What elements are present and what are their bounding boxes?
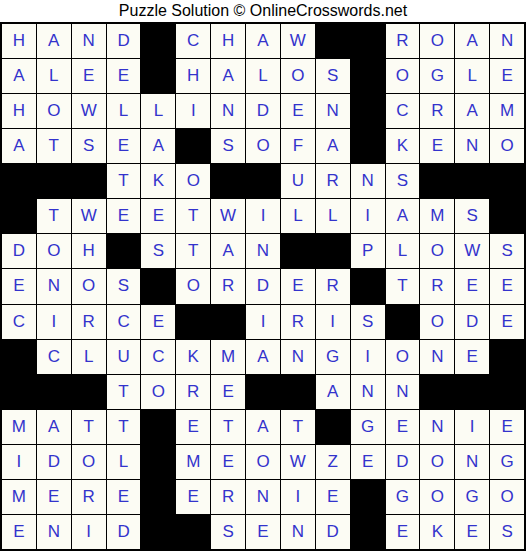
cell-r1c10-black xyxy=(316,24,350,58)
cell-r9c3: R xyxy=(72,305,106,339)
cell-r13c8: O xyxy=(246,445,280,479)
cell-r4c12: K xyxy=(386,129,420,163)
cell-r9c10: I xyxy=(316,305,350,339)
cell-r12c8: A xyxy=(246,410,280,444)
cell-r6c14: S xyxy=(455,199,489,233)
cell-r15c15: S xyxy=(490,515,524,549)
cell-r1c9: W xyxy=(281,24,315,58)
cell-r5c6: O xyxy=(176,164,210,198)
cell-r6c2: T xyxy=(37,199,71,233)
cell-r3c5: L xyxy=(141,94,175,128)
cell-r8c11-black xyxy=(351,269,385,303)
cell-r4c2: T xyxy=(37,129,71,163)
cell-r15c7: S xyxy=(211,515,245,549)
cell-r2c9: O xyxy=(281,59,315,93)
cell-r12c11: G xyxy=(351,410,385,444)
cell-r4c4: E xyxy=(107,129,141,163)
cell-r9c11: S xyxy=(351,305,385,339)
cell-r6c4: E xyxy=(107,199,141,233)
cell-r6c6: T xyxy=(176,199,210,233)
cell-r7c10-black xyxy=(316,234,350,268)
cell-r4c7: S xyxy=(211,129,245,163)
cell-r15c4: D xyxy=(107,515,141,549)
cell-r8c13: R xyxy=(420,269,454,303)
cell-r1c12: R xyxy=(386,24,420,58)
cell-r10c4: U xyxy=(107,340,141,374)
cell-r9c12-black xyxy=(386,305,420,339)
cell-r1c4: D xyxy=(107,24,141,58)
cell-r6c7: W xyxy=(211,199,245,233)
cell-r2c11-black xyxy=(351,59,385,93)
cell-r6c10: L xyxy=(316,199,350,233)
cell-r7c5: S xyxy=(141,234,175,268)
cell-r8c15: E xyxy=(490,269,524,303)
cell-r1c3: N xyxy=(72,24,106,58)
cell-r14c6: E xyxy=(176,480,210,514)
cell-r12c14: I xyxy=(455,410,489,444)
cell-r10c8: A xyxy=(246,340,280,374)
cell-r11c2-black xyxy=(37,375,71,409)
cell-r14c15: O xyxy=(490,480,524,514)
cell-r2c13: G xyxy=(420,59,454,93)
cell-r8c8: D xyxy=(246,269,280,303)
cell-r14c12: G xyxy=(386,480,420,514)
cell-r3c15: M xyxy=(490,94,524,128)
cell-r2c14: L xyxy=(455,59,489,93)
cell-r5c5: K xyxy=(141,164,175,198)
cell-r3c10: N xyxy=(316,94,350,128)
cell-r4c8: O xyxy=(246,129,280,163)
cell-r4c13: E xyxy=(420,129,454,163)
cell-r10c11: I xyxy=(351,340,385,374)
cell-r5c4: T xyxy=(107,164,141,198)
cell-r8c7: R xyxy=(211,269,245,303)
cell-r1c5-black xyxy=(141,24,175,58)
cell-r6c11: I xyxy=(351,199,385,233)
cell-r4c10: A xyxy=(316,129,350,163)
cell-r15c2: N xyxy=(37,515,71,549)
cell-r7c6: T xyxy=(176,234,210,268)
cell-r3c14: A xyxy=(455,94,489,128)
cell-r2c1: A xyxy=(2,59,36,93)
cell-r1c6: C xyxy=(176,24,210,58)
cell-r4c1: A xyxy=(2,129,36,163)
cell-r4c5: A xyxy=(141,129,175,163)
cell-r4c9: F xyxy=(281,129,315,163)
cell-r2c15: E xyxy=(490,59,524,93)
cell-r2c7: A xyxy=(211,59,245,93)
cell-r5c11: N xyxy=(351,164,385,198)
cell-r9c14: D xyxy=(455,305,489,339)
cell-r14c7: R xyxy=(211,480,245,514)
cell-r5c1-black xyxy=(2,164,36,198)
cell-r12c7: T xyxy=(211,410,245,444)
cell-r5c13-black xyxy=(420,164,454,198)
cell-r6c8: I xyxy=(246,199,280,233)
cell-r10c13: N xyxy=(420,340,454,374)
cell-r1c14: A xyxy=(455,24,489,58)
cell-r7c12: L xyxy=(386,234,420,268)
cell-r1c7: H xyxy=(211,24,245,58)
cell-r8c6: O xyxy=(176,269,210,303)
cell-r3c7: N xyxy=(211,94,245,128)
cell-r13c10: Z xyxy=(316,445,350,479)
cell-r11c11: N xyxy=(351,375,385,409)
cell-r12c6: E xyxy=(176,410,210,444)
cell-r10c10: G xyxy=(316,340,350,374)
cell-r13c3: O xyxy=(72,445,106,479)
cell-r11c10: A xyxy=(316,375,350,409)
cell-r7c14: W xyxy=(455,234,489,268)
cell-r1c8: A xyxy=(246,24,280,58)
cell-r3c13: R xyxy=(420,94,454,128)
cell-r14c9: I xyxy=(281,480,315,514)
cell-r2c10: S xyxy=(316,59,350,93)
cell-r2c4: E xyxy=(107,59,141,93)
cell-r14c14: G xyxy=(455,480,489,514)
cell-r12c9: T xyxy=(281,410,315,444)
cell-r12c1: M xyxy=(2,410,36,444)
cell-r10c3: L xyxy=(72,340,106,374)
cell-r14c5-black xyxy=(141,480,175,514)
cell-r1c15: N xyxy=(490,24,524,58)
cell-r15c1: E xyxy=(2,515,36,549)
cell-r7c13: O xyxy=(420,234,454,268)
cell-r5c10: R xyxy=(316,164,350,198)
cell-r15c13: K xyxy=(420,515,454,549)
cell-r10c1-black xyxy=(2,340,36,374)
cell-r13c9: W xyxy=(281,445,315,479)
cell-r8c5-black xyxy=(141,269,175,303)
cell-r11c13-black xyxy=(420,375,454,409)
cell-r1c1: H xyxy=(2,24,36,58)
cell-r9c15: E xyxy=(490,305,524,339)
cell-r11c14-black xyxy=(455,375,489,409)
cell-r13c13: O xyxy=(420,445,454,479)
cell-r8c2: N xyxy=(37,269,71,303)
cell-r6c3: W xyxy=(72,199,106,233)
cell-r2c3: E xyxy=(72,59,106,93)
cell-r6c1-black xyxy=(2,199,36,233)
cell-r13c14: N xyxy=(455,445,489,479)
cell-r4c3: S xyxy=(72,129,106,163)
cell-r9c13: O xyxy=(420,305,454,339)
cell-r14c3: R xyxy=(72,480,106,514)
cell-r5c14-black xyxy=(455,164,489,198)
cell-r13c4: L xyxy=(107,445,141,479)
cell-r11c8-black xyxy=(246,375,280,409)
cell-r8c10: R xyxy=(316,269,350,303)
cell-r7c7: A xyxy=(211,234,245,268)
cell-r12c3: T xyxy=(72,410,106,444)
cell-r8c1: E xyxy=(2,269,36,303)
cell-r10c5: C xyxy=(141,340,175,374)
cell-r7c15: S xyxy=(490,234,524,268)
cell-r6c5: E xyxy=(141,199,175,233)
cell-r13c2: D xyxy=(37,445,71,479)
cell-r3c6: I xyxy=(176,94,210,128)
cell-r11c4: T xyxy=(107,375,141,409)
cell-r3c4: L xyxy=(107,94,141,128)
cell-r3c3: W xyxy=(72,94,106,128)
cell-r15c5-black xyxy=(141,515,175,549)
cell-r13c7: E xyxy=(211,445,245,479)
cell-r10c12: O xyxy=(386,340,420,374)
cell-r7c9-black xyxy=(281,234,315,268)
cell-r3c8: D xyxy=(246,94,280,128)
cell-r7c2: O xyxy=(37,234,71,268)
cell-r10c9: N xyxy=(281,340,315,374)
cell-r11c9-black xyxy=(281,375,315,409)
cell-r15c12: E xyxy=(386,515,420,549)
cell-r4c11-black xyxy=(351,129,385,163)
cell-r9c9: R xyxy=(281,305,315,339)
cell-r2c6: H xyxy=(176,59,210,93)
cell-r8c9: E xyxy=(281,269,315,303)
cell-r3c1: H xyxy=(2,94,36,128)
cell-r3c11-black xyxy=(351,94,385,128)
cell-r3c12: C xyxy=(386,94,420,128)
page-title: Puzzle Solution © OnlineCrosswords.net xyxy=(0,0,526,22)
cell-r11c1-black xyxy=(2,375,36,409)
cell-r3c2: O xyxy=(37,94,71,128)
cell-r13c1: I xyxy=(2,445,36,479)
cell-r14c1: M xyxy=(2,480,36,514)
cell-r12c5-black xyxy=(141,410,175,444)
cell-r14c11-black xyxy=(351,480,385,514)
cell-r9c4: C xyxy=(107,305,141,339)
cell-r7c11: P xyxy=(351,234,385,268)
cell-r12c10-black xyxy=(316,410,350,444)
cell-r5c7-black xyxy=(211,164,245,198)
cell-r6c15-black xyxy=(490,199,524,233)
cell-r8c12: T xyxy=(386,269,420,303)
cell-r14c10: E xyxy=(316,480,350,514)
cell-r12c13: N xyxy=(420,410,454,444)
cell-r6c9: L xyxy=(281,199,315,233)
cell-r15c9: N xyxy=(281,515,315,549)
cell-r12c15: E xyxy=(490,410,524,444)
cell-r1c11-black xyxy=(351,24,385,58)
cell-r5c15-black xyxy=(490,164,524,198)
crossword-grid: HANDCHAWROANALEEHALOSOGLEHOWLLINDENCRAMA… xyxy=(0,22,526,551)
cell-r12c2: A xyxy=(37,410,71,444)
cell-r5c8-black xyxy=(246,164,280,198)
cell-r14c13: O xyxy=(420,480,454,514)
cell-r2c2: L xyxy=(37,59,71,93)
cell-r15c3: I xyxy=(72,515,106,549)
cell-r9c7-black xyxy=(211,305,245,339)
cell-r10c7: M xyxy=(211,340,245,374)
cell-r5c3-black xyxy=(72,164,106,198)
cell-r11c5: O xyxy=(141,375,175,409)
cell-r10c15-black xyxy=(490,340,524,374)
cell-r11c7: E xyxy=(211,375,245,409)
cell-r7c1: D xyxy=(2,234,36,268)
cell-r13c5-black xyxy=(141,445,175,479)
cell-r11c15-black xyxy=(490,375,524,409)
cell-r4c15: O xyxy=(490,129,524,163)
cell-r5c2-black xyxy=(37,164,71,198)
cell-r14c4: E xyxy=(107,480,141,514)
cell-r14c8: N xyxy=(246,480,280,514)
cell-r13c11: E xyxy=(351,445,385,479)
cell-r6c13: M xyxy=(420,199,454,233)
cell-r7c3: H xyxy=(72,234,106,268)
cell-r2c8: L xyxy=(246,59,280,93)
cell-r9c1: C xyxy=(2,305,36,339)
cell-r12c4: T xyxy=(107,410,141,444)
cell-r5c12: S xyxy=(386,164,420,198)
cell-r3c9: E xyxy=(281,94,315,128)
cell-r7c8: N xyxy=(246,234,280,268)
cell-r6c12: A xyxy=(386,199,420,233)
cell-r9c6-black xyxy=(176,305,210,339)
cell-r1c2: A xyxy=(37,24,71,58)
cell-r1c13: O xyxy=(420,24,454,58)
cell-r15c11-black xyxy=(351,515,385,549)
cell-r8c4: S xyxy=(107,269,141,303)
cell-r10c14: E xyxy=(455,340,489,374)
cell-r15c10: D xyxy=(316,515,350,549)
cell-r15c14: E xyxy=(455,515,489,549)
cell-r11c6: R xyxy=(176,375,210,409)
cell-r2c5-black xyxy=(141,59,175,93)
cell-r11c3-black xyxy=(72,375,106,409)
cell-r10c6: K xyxy=(176,340,210,374)
cell-r13c6: M xyxy=(176,445,210,479)
cell-r15c6-black xyxy=(176,515,210,549)
cell-r15c8: E xyxy=(246,515,280,549)
cell-r7c4-black xyxy=(107,234,141,268)
cell-r5c9: U xyxy=(281,164,315,198)
cell-r13c15: G xyxy=(490,445,524,479)
cell-r11c12: N xyxy=(386,375,420,409)
cell-r2c12: O xyxy=(386,59,420,93)
cell-r4c14: N xyxy=(455,129,489,163)
cell-r9c5: E xyxy=(141,305,175,339)
cell-r14c2: E xyxy=(37,480,71,514)
cell-r4c6-black xyxy=(176,129,210,163)
cell-r9c8: I xyxy=(246,305,280,339)
cell-r8c3: O xyxy=(72,269,106,303)
cell-r9c2: I xyxy=(37,305,71,339)
cell-r10c2: C xyxy=(37,340,71,374)
cell-r13c12: D xyxy=(386,445,420,479)
cell-r8c14: E xyxy=(455,269,489,303)
cell-r12c12: E xyxy=(386,410,420,444)
